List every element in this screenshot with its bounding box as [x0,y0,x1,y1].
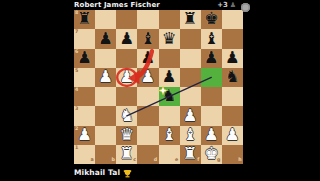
material-advantage: +3 [217,1,228,9]
square-d3[interactable] [137,106,158,125]
square-a1[interactable]: 1a [74,145,95,164]
square-c1[interactable]: c♜ [116,145,137,164]
square-f2[interactable]: ♝ [180,126,201,145]
square-h1[interactable]: h [222,145,243,164]
black-knight-h5[interactable]: ♞ [222,68,243,87]
square-c7[interactable]: ♟ [116,29,137,48]
square-h7[interactable] [222,29,243,48]
square-b5[interactable]: ♟ [95,68,116,87]
white-queen-c2[interactable]: ♛ [116,126,137,145]
white-pawn-d5[interactable]: ♟ [137,68,158,87]
black-pawn-e5[interactable]: ♟ [159,68,180,87]
white-bishop-f2[interactable]: ♝ [180,126,201,145]
square-d1[interactable]: d [137,145,158,164]
square-f4[interactable] [180,87,201,106]
square-e3[interactable] [159,106,180,125]
square-h4[interactable] [222,87,243,106]
square-c2[interactable]: ♛ [116,126,137,145]
black-pawn-b7[interactable]: ♟ [95,29,116,48]
white-knight-c3[interactable]: ♞ [116,106,137,125]
square-b3[interactable] [95,106,116,125]
square-e4[interactable]: ♞ [159,87,180,106]
square-g2[interactable]: ♟ [201,126,222,145]
square-e5[interactable]: ♟ [159,68,180,87]
square-g4[interactable] [201,87,222,106]
file-label-e: e [175,158,178,163]
square-a7[interactable]: 7 [74,29,95,48]
rank-label-7: 7 [75,30,78,35]
white-bishop-e2[interactable]: ♝ [159,126,180,145]
white-pawn-g2[interactable]: ♟ [201,126,222,145]
square-a3[interactable]: 3 [74,106,95,125]
bottom-player-bar: Mikhail Tal [74,164,320,180]
square-h5[interactable]: ♞ [222,68,243,87]
square-c6[interactable] [116,49,137,68]
square-d6[interactable]: ♟ [137,49,158,68]
square-g6[interactable]: ♟ [201,49,222,68]
black-pawn-h6[interactable]: ♟ [222,49,243,68]
square-b4[interactable] [95,87,116,106]
square-e7[interactable]: ♛ [159,29,180,48]
square-h6[interactable]: ♟ [222,49,243,68]
square-a6[interactable]: 6♟ [74,49,95,68]
file-label-a: a [90,158,93,163]
square-b6[interactable] [95,49,116,68]
black-rook-f8[interactable]: ♜ [180,10,201,29]
file-label-b: b [111,158,114,163]
bottom-player-name: Mikhail Tal [74,168,120,177]
top-player-name: Robert James Fischer [74,1,160,9]
black-knight-e4[interactable]: ♞ [159,87,180,106]
file-label-h: h [238,158,241,163]
rank-label-1: 1 [75,146,78,151]
square-f3[interactable]: ♟ [180,106,201,125]
square-d4[interactable] [137,87,158,106]
square-b2[interactable] [95,126,116,145]
black-pawn-g6[interactable]: ♟ [201,49,222,68]
black-bishop-g7[interactable]: ♝ [201,29,222,48]
white-pawn-h2[interactable]: ♟ [222,126,243,145]
square-b1[interactable]: b [95,145,116,164]
square-f8[interactable]: ♜ [180,10,201,29]
white-pawn-b5[interactable]: ♟ [95,68,116,87]
white-rook-f1[interactable]: ♜ [180,145,201,164]
square-c4[interactable] [116,87,137,106]
square-c8[interactable] [116,10,137,29]
black-pawn-a6[interactable]: ♟ [74,49,95,68]
square-a2[interactable]: 2♟ [74,126,95,145]
white-pawn-f3[interactable]: ♟ [180,106,201,125]
square-b8[interactable] [95,10,116,29]
settings-icon[interactable] [241,3,250,12]
square-h8[interactable] [222,10,243,29]
square-f7[interactable] [180,29,201,48]
square-d7[interactable]: ♝ [137,29,158,48]
rank-label-5: 5 [75,69,78,74]
black-pawn-c7[interactable]: ♟ [116,29,137,48]
square-a5[interactable]: 5 [74,68,95,87]
square-g3[interactable] [201,106,222,125]
square-b7[interactable]: ♟ [95,29,116,48]
square-f1[interactable]: f♜ [180,145,201,164]
white-king-g1[interactable]: ♚ [201,145,222,164]
trophy-icon [123,163,132,181]
square-f5[interactable] [180,68,201,87]
black-bishop-d7[interactable]: ♝ [137,29,158,48]
square-g5[interactable] [201,68,222,87]
square-g1[interactable]: g♚ [201,145,222,164]
rank-label-3: 3 [75,107,78,112]
black-rook-a8[interactable]: ♜ [74,10,95,29]
white-pawn-c5[interactable]: ♟ [116,68,137,87]
chess-board[interactable]: 8♜♜♚7♟♟♝♛♝6♟♟♟♟5♟♟♟♟♞4♞3♞♟2♟♛♝♝♟♟1abc♜de… [74,10,243,164]
square-a4[interactable]: 4 [74,87,95,106]
app-window: Robert James Fischer +3 ♟ 8♜♜♚7♟♟♝♛♝6♟♟♟… [0,0,320,180]
square-h3[interactable] [222,106,243,125]
rank-label-4: 4 [75,88,78,93]
square-c5[interactable]: ♟ [116,68,137,87]
square-h2[interactable]: ♟ [222,126,243,145]
black-king-g8[interactable]: ♚ [201,10,222,29]
square-d2[interactable] [137,126,158,145]
square-e1[interactable]: e [159,145,180,164]
black-queen-e7[interactable]: ♛ [159,29,180,48]
file-label-d: d [154,158,157,163]
square-g7[interactable]: ♝ [201,29,222,48]
white-pawn-a2[interactable]: ♟ [74,126,95,145]
square-e6[interactable] [159,49,180,68]
square-a8[interactable]: 8♜ [74,10,95,29]
square-g8[interactable]: ♚ [201,10,222,29]
square-c3[interactable]: ♞ [116,106,137,125]
square-d8[interactable] [137,10,158,29]
white-rook-c1[interactable]: ♜ [116,145,137,164]
square-d5[interactable]: ♟ [137,68,158,87]
square-e2[interactable]: ♝ [159,126,180,145]
captured-pawn-icon: ♟ [230,1,236,9]
black-pawn-d6[interactable]: ♟ [137,49,158,68]
square-e8[interactable] [159,10,180,29]
square-f6[interactable] [180,49,201,68]
